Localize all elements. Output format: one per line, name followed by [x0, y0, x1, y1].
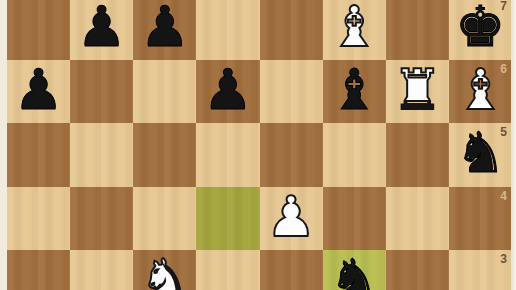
piece-black-pawn-a6[interactable]: ♟	[13, 58, 63, 121]
piece-black-knight-f3[interactable]: ♞	[329, 248, 379, 290]
piece-white-bishop-f7[interactable]: ♝	[329, 0, 379, 58]
rank-label-7: 7	[500, 0, 507, 12]
square-b5[interactable]	[70, 123, 133, 186]
square-e3[interactable]	[260, 250, 323, 290]
square-c3[interactable]: ♞	[133, 250, 196, 290]
square-f7[interactable]: ♝	[323, 0, 386, 60]
piece-white-pawn-e4[interactable]: ♟	[266, 185, 316, 248]
square-d5[interactable]	[196, 123, 259, 186]
square-c5[interactable]	[133, 123, 196, 186]
square-e6[interactable]	[260, 60, 323, 123]
square-a7[interactable]	[7, 0, 70, 60]
square-h6[interactable]: ♝6	[449, 60, 512, 123]
square-g6[interactable]: ♜	[386, 60, 449, 123]
chess-board: ♟♟♝♚7♟♟♝♜♝6♞5♟4♞♞3	[7, 0, 512, 290]
square-c6[interactable]	[133, 60, 196, 123]
square-d7[interactable]	[196, 0, 259, 60]
chess-app-viewport: ♟♟♝♚7♟♟♝♜♝6♞5♟4♞♞3	[0, 0, 516, 290]
rank-label-3: 3	[500, 253, 507, 265]
square-a6[interactable]: ♟	[7, 60, 70, 123]
square-a5[interactable]	[7, 123, 70, 186]
piece-white-knight-c3[interactable]: ♞	[140, 248, 190, 290]
square-c7[interactable]: ♟	[133, 0, 196, 60]
square-e7[interactable]	[260, 0, 323, 60]
piece-black-king-h7[interactable]: ♚	[455, 0, 505, 58]
square-d4[interactable]	[196, 187, 259, 250]
square-d6[interactable]: ♟	[196, 60, 259, 123]
square-g7[interactable]	[386, 0, 449, 60]
square-b4[interactable]	[70, 187, 133, 250]
piece-white-bishop-h6[interactable]: ♝	[455, 58, 505, 121]
square-g4[interactable]	[386, 187, 449, 250]
square-g3[interactable]	[386, 250, 449, 290]
rank-label-4: 4	[500, 190, 507, 202]
square-h5[interactable]: ♞5	[449, 123, 512, 186]
square-e4[interactable]: ♟	[260, 187, 323, 250]
square-d3[interactable]	[196, 250, 259, 290]
square-b3[interactable]	[70, 250, 133, 290]
square-h4[interactable]: 4	[449, 187, 512, 250]
piece-black-pawn-c7[interactable]: ♟	[140, 0, 190, 58]
square-f5[interactable]	[323, 123, 386, 186]
rank-label-5: 5	[500, 126, 507, 138]
square-f6[interactable]: ♝	[323, 60, 386, 123]
rank-label-6: 6	[500, 63, 507, 75]
square-g5[interactable]	[386, 123, 449, 186]
square-e5[interactable]	[260, 123, 323, 186]
square-f4[interactable]	[323, 187, 386, 250]
square-b7[interactable]: ♟	[70, 0, 133, 60]
board-right-edge	[511, 0, 516, 290]
piece-white-rook-g6[interactable]: ♜	[392, 58, 442, 121]
square-a3[interactable]	[7, 250, 70, 290]
square-h3[interactable]: 3	[449, 250, 512, 290]
square-b6[interactable]	[70, 60, 133, 123]
square-a4[interactable]	[7, 187, 70, 250]
piece-black-knight-h5[interactable]: ♞	[455, 121, 505, 184]
square-c4[interactable]	[133, 187, 196, 250]
square-h7[interactable]: ♚7	[449, 0, 512, 60]
piece-black-pawn-b7[interactable]: ♟	[77, 0, 127, 58]
piece-black-pawn-d6[interactable]: ♟	[203, 58, 253, 121]
square-f3[interactable]: ♞	[323, 250, 386, 290]
piece-black-bishop-f6[interactable]: ♝	[329, 58, 379, 121]
